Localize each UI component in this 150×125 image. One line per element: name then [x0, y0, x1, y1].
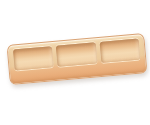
tray-compartment-right [99, 39, 140, 63]
tray-compartment-left [13, 46, 54, 70]
tray [7, 33, 148, 85]
tray-compartment-center [56, 42, 97, 66]
canvas: { "scene": { "type": "product-photo", "s… [0, 0, 150, 125]
product-photo [0, 0, 150, 125]
